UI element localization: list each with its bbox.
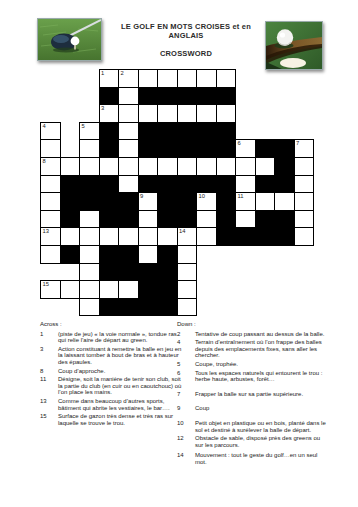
cell-number-6: 6 xyxy=(238,140,241,147)
cell-r10c11 xyxy=(255,245,275,263)
down-clues: Down : 2Tentative de coup passant au des… xyxy=(177,321,329,466)
across-clue-1: 1(piste de jeu) « la voie normale », ton… xyxy=(40,331,182,344)
across-list: 1(piste de jeu) « la voie normale », ton… xyxy=(40,331,182,427)
cell-r2c2 xyxy=(80,105,100,123)
clue-text: Coup d’approche. xyxy=(58,368,182,375)
golf-ball-illustration xyxy=(266,22,322,69)
cell-r6c8 xyxy=(197,175,217,193)
cell-r11c1 xyxy=(60,263,80,281)
cell-r9c10 xyxy=(236,228,256,246)
cell-r12c13 xyxy=(294,281,314,299)
cell-r5c12 xyxy=(275,157,295,175)
cell-r6c7 xyxy=(177,175,197,193)
cell-r8c8[interactable] xyxy=(197,210,217,228)
cell-r4c10[interactable]: 6 xyxy=(236,140,256,158)
cell-r3c8 xyxy=(197,122,217,140)
cell-r1c9 xyxy=(216,87,236,105)
cell-r8c13[interactable] xyxy=(294,210,314,228)
clue-number: 7 xyxy=(177,391,195,398)
cell-r0c9[interactable] xyxy=(216,70,236,88)
cell-r1c10 xyxy=(236,87,256,105)
cell-r6c12 xyxy=(275,175,295,193)
cell-r3c9 xyxy=(216,122,236,140)
cell-r6c11 xyxy=(255,175,275,193)
cell-r13c11 xyxy=(255,298,275,316)
cell-r10c8 xyxy=(197,245,217,263)
cell-r1c8 xyxy=(197,87,217,105)
clue-number: 13 xyxy=(40,398,58,411)
cell-number-3: 3 xyxy=(101,105,104,112)
cell-number-4: 4 xyxy=(43,123,46,130)
cell-r13c8 xyxy=(197,298,217,316)
cell-r9c11 xyxy=(255,228,275,246)
cell-r3c3 xyxy=(99,122,119,140)
down-clue-7: 7Frapper la balle sur sa partie supérieu… xyxy=(177,391,329,398)
crossword-table: 1234567891011131415 xyxy=(40,69,314,316)
cell-r12c6 xyxy=(158,281,178,299)
across-clue-3: 3Action constituant à remettre la balle … xyxy=(40,346,182,366)
cell-r11c5 xyxy=(138,263,158,281)
clue-text: Action constituant à remettre la balle e… xyxy=(58,346,182,366)
title-line-1: LE GOLF EN MOTS CROISES et en xyxy=(100,22,272,31)
cell-number-11: 11 xyxy=(238,193,244,200)
cell-r7c9 xyxy=(216,193,236,211)
cell-r5c13[interactable] xyxy=(294,157,314,175)
cell-r6c4[interactable] xyxy=(119,175,139,193)
clue-number: 3 xyxy=(40,346,58,366)
cell-r9c5[interactable] xyxy=(138,228,158,246)
cell-r8c0[interactable] xyxy=(41,210,61,228)
cell-r7c2 xyxy=(80,193,100,211)
cell-r11c9 xyxy=(216,263,236,281)
cell-r4c5 xyxy=(138,140,158,158)
cell-r0c5[interactable] xyxy=(138,70,158,88)
cell-r12c4[interactable] xyxy=(119,281,139,299)
down-clue-4: 4Terrain d’entraînement où l’on frappe d… xyxy=(177,339,329,359)
cell-r13c2[interactable] xyxy=(80,298,100,316)
across-clue-8: 8Coup d’approche. xyxy=(40,368,182,375)
cell-r10c5[interactable] xyxy=(138,245,158,263)
cell-r7c0[interactable] xyxy=(41,193,61,211)
cell-r10c13 xyxy=(294,245,314,263)
cell-r11c3 xyxy=(99,263,119,281)
cell-r13c0 xyxy=(41,298,61,316)
page-title: LE GOLF EN MOTS CROISES et en ANGLAIS CR… xyxy=(100,22,272,58)
clue-text: Petit objet en plastique ou en bois, pla… xyxy=(195,420,329,433)
cell-r10c1 xyxy=(60,245,80,263)
cell-r0c2 xyxy=(80,70,100,88)
cell-r11c12 xyxy=(275,263,295,281)
across-clue-13: 13Comme dans beaucoup d’autres sports, b… xyxy=(40,398,182,411)
cell-r10c2[interactable] xyxy=(80,245,100,263)
across-clue-15: 15Surface de gazon très dense et très ra… xyxy=(40,413,182,426)
cell-r11c2[interactable] xyxy=(80,263,100,281)
cell-r1c4[interactable] xyxy=(119,87,139,105)
cell-r9c2[interactable] xyxy=(80,228,100,246)
cell-r7c12[interactable] xyxy=(275,193,295,211)
cell-r5c1[interactable] xyxy=(60,157,80,175)
cell-r3c4[interactable] xyxy=(119,122,139,140)
cell-r9c6[interactable] xyxy=(158,228,178,246)
title-line-2: ANGLAIS xyxy=(100,31,272,40)
clue-text: Coupe, trophée. xyxy=(195,361,329,368)
across-clue-11: 11Désigne, soit la manière de tenir son … xyxy=(40,376,182,396)
cell-r2c5[interactable] xyxy=(138,105,158,123)
cell-r6c0[interactable] xyxy=(41,175,61,193)
cell-r6c2 xyxy=(80,175,100,193)
cell-r11c11 xyxy=(255,263,275,281)
cell-r6c10[interactable] xyxy=(236,175,256,193)
cell-r6c5 xyxy=(138,175,158,193)
cell-r5c8[interactable] xyxy=(197,157,217,175)
cell-r4c8 xyxy=(197,140,217,158)
cell-r3c5 xyxy=(138,122,158,140)
crossword-grid: 1234567891011131415 xyxy=(40,69,314,316)
cell-r8c4 xyxy=(119,210,139,228)
cell-r7c10[interactable]: 11 xyxy=(236,193,256,211)
cell-r6c9 xyxy=(216,175,236,193)
cell-r8c1 xyxy=(60,210,80,228)
clue-text: Surface de gazon très dense et très ras … xyxy=(58,413,182,426)
clue-text: (piste de jeu) « la voie normale », tond… xyxy=(58,331,182,344)
cell-r7c11[interactable] xyxy=(255,193,275,211)
cell-r0c7[interactable] xyxy=(177,70,197,88)
clue-number: 10 xyxy=(177,420,195,433)
cell-r5c10[interactable] xyxy=(236,157,256,175)
cell-r4c13[interactable]: 7 xyxy=(294,140,314,158)
cell-r6c3 xyxy=(99,175,119,193)
cell-r2c9[interactable] xyxy=(216,105,236,123)
cell-r12c1[interactable] xyxy=(60,281,80,299)
clue-number: 5 xyxy=(177,361,195,368)
cell-r12c12 xyxy=(275,281,295,299)
cell-r10c6 xyxy=(158,245,178,263)
cell-r2c13 xyxy=(294,105,314,123)
cell-r1c5 xyxy=(138,87,158,105)
golf-club-photo xyxy=(37,18,102,61)
cell-r3c7 xyxy=(177,122,197,140)
cell-number-13: 13 xyxy=(43,228,49,235)
cell-r11c0 xyxy=(41,263,61,281)
cell-r4c2[interactable] xyxy=(80,140,100,158)
cell-number-5: 5 xyxy=(82,123,85,130)
cell-r13c10 xyxy=(236,298,256,316)
cell-r10c10 xyxy=(236,245,256,263)
clue-number: 12 xyxy=(177,435,195,448)
cell-r12c0[interactable]: 15 xyxy=(41,281,61,299)
down-clue-2: 2Tentative de coup passant au dessus de … xyxy=(177,331,329,338)
cell-r8c9 xyxy=(216,210,236,228)
cell-r13c4 xyxy=(119,298,139,316)
cell-r12c11 xyxy=(255,281,275,299)
cell-r4c7 xyxy=(177,140,197,158)
cell-r6c1 xyxy=(60,175,80,193)
cell-r7c7 xyxy=(177,193,197,211)
cell-r7c1 xyxy=(60,193,80,211)
down-clue-5: 5Coupe, trophée. xyxy=(177,361,329,368)
cell-r9c12 xyxy=(275,228,295,246)
cell-r9c0[interactable]: 13 xyxy=(41,228,61,246)
cell-number-2: 2 xyxy=(121,70,124,77)
cell-r13c3 xyxy=(99,298,119,316)
cell-r0c10 xyxy=(236,70,256,88)
cell-r1c13 xyxy=(294,87,314,105)
clue-text: Obstacle de sable, disposé près des gree… xyxy=(195,435,329,448)
cell-r0c1 xyxy=(60,70,80,88)
clue-text: Coup xyxy=(195,405,329,412)
cell-r9c1[interactable] xyxy=(60,228,80,246)
across-header: Across : xyxy=(40,321,182,328)
cell-r7c3 xyxy=(99,193,119,211)
down-clue-14: 14Mouvement : tout le geste du golf…en u… xyxy=(177,452,329,465)
cell-r12c5 xyxy=(138,281,158,299)
clue-text: Tentative de coup passant au dessus de l… xyxy=(195,331,329,338)
cell-number-1: 1 xyxy=(101,70,104,77)
cell-r13c5 xyxy=(138,298,158,316)
clue-number: 11 xyxy=(40,376,58,396)
clue-number: 6 xyxy=(177,370,195,383)
cell-r3c0[interactable]: 4 xyxy=(41,122,61,140)
cell-r13c1 xyxy=(60,298,80,316)
cell-r10c3 xyxy=(99,245,119,263)
cell-r13c6 xyxy=(158,298,178,316)
clue-text: Comme dans beaucoup d’autres sports, bât… xyxy=(58,398,182,411)
cell-r9c13[interactable] xyxy=(294,228,314,246)
cell-r9c3[interactable] xyxy=(99,228,119,246)
clue-number: 15 xyxy=(40,413,58,426)
cell-r12c9 xyxy=(216,281,236,299)
cell-r9c9 xyxy=(216,228,236,246)
cell-r2c3[interactable]: 3 xyxy=(99,105,119,123)
cell-r3c10 xyxy=(236,122,256,140)
cell-r1c2 xyxy=(80,87,100,105)
down-clue-10: 10Petit objet en plastique ou en bois, p… xyxy=(177,420,329,433)
golf-ball-photo xyxy=(265,21,323,70)
subtitle: CROSSWORD xyxy=(100,49,272,58)
cell-r1c7 xyxy=(177,87,197,105)
cell-r0c3[interactable]: 1 xyxy=(99,70,119,88)
clue-text: Frapper la balle sur sa partie supérieur… xyxy=(195,391,329,398)
cell-r3c1 xyxy=(60,122,80,140)
cell-r0c6[interactable] xyxy=(158,70,178,88)
cell-r12c3[interactable] xyxy=(99,281,119,299)
clue-text: Désigne, soit la manière de tenir son cl… xyxy=(58,376,182,396)
cell-r11c10 xyxy=(236,263,256,281)
clue-number: 2 xyxy=(177,331,195,338)
cell-r1c12 xyxy=(275,87,295,105)
cell-r13c13 xyxy=(294,298,314,316)
cell-r5c11[interactable] xyxy=(255,157,275,175)
down-list: 2Tentative de coup passant au dessus de … xyxy=(177,331,329,466)
cell-r9c7[interactable]: 14 xyxy=(177,228,197,246)
cell-r0c13 xyxy=(294,70,314,88)
across-clues: Across : 1(piste de jeu) « la voie norma… xyxy=(40,321,182,426)
clue-text: Terrain d’entraînement où l’on frappe de… xyxy=(195,339,329,359)
clue-number: 8 xyxy=(40,368,58,375)
cell-r2c4[interactable] xyxy=(119,105,139,123)
cell-r5c2[interactable] xyxy=(80,157,100,175)
clue-number: 1 xyxy=(40,331,58,344)
cell-r5c0[interactable]: 8 xyxy=(41,157,61,175)
cell-r13c7[interactable] xyxy=(177,298,197,316)
cell-r10c9 xyxy=(216,245,236,263)
cell-r4c6 xyxy=(158,140,178,158)
cell-r12c10 xyxy=(236,281,256,299)
cell-r5c9[interactable] xyxy=(216,157,236,175)
clue-number: 9 xyxy=(177,405,195,412)
cell-r7c8[interactable]: 10 xyxy=(197,193,217,211)
cell-r3c6 xyxy=(158,122,178,140)
cell-r8c6 xyxy=(158,210,178,228)
cell-r0c12 xyxy=(275,70,295,88)
cell-r10c4 xyxy=(119,245,139,263)
cell-r12c2[interactable] xyxy=(80,281,100,299)
cell-r0c8[interactable] xyxy=(197,70,217,88)
cell-r2c12 xyxy=(275,105,295,123)
cell-r12c8 xyxy=(197,281,217,299)
cell-r6c13[interactable] xyxy=(294,175,314,193)
clue-number: 14 xyxy=(177,452,195,465)
down-header: Down : xyxy=(177,321,329,328)
cell-r6c6 xyxy=(158,175,178,193)
cell-r3c13 xyxy=(294,122,314,140)
cell-r9c4[interactable] xyxy=(119,228,139,246)
cell-r5c6[interactable] xyxy=(158,157,178,175)
cell-r1c11 xyxy=(255,87,275,105)
cell-r2c7[interactable] xyxy=(177,105,197,123)
cell-r0c4[interactable]: 2 xyxy=(119,70,139,88)
cell-r11c4 xyxy=(119,263,139,281)
cell-r7c4 xyxy=(119,193,139,211)
cell-r10c0[interactable] xyxy=(41,245,61,263)
cell-number-9: 9 xyxy=(140,193,143,200)
cell-r2c0 xyxy=(41,105,61,123)
cell-r11c8 xyxy=(197,263,217,281)
cell-r4c4[interactable] xyxy=(119,140,139,158)
cell-r1c1 xyxy=(60,87,80,105)
cell-r8c10[interactable] xyxy=(236,210,256,228)
cell-r2c8[interactable] xyxy=(197,105,217,123)
cell-r2c6[interactable] xyxy=(158,105,178,123)
cell-number-7: 7 xyxy=(296,140,299,147)
clue-number: 4 xyxy=(177,339,195,359)
cell-r13c12 xyxy=(275,298,295,316)
cell-r7c5[interactable]: 9 xyxy=(138,193,158,211)
cell-r3c11 xyxy=(255,122,275,140)
cell-r1c0 xyxy=(41,87,61,105)
cell-r4c9 xyxy=(216,140,236,158)
cell-r0c11 xyxy=(255,70,275,88)
cell-r9c8[interactable] xyxy=(197,228,217,246)
cell-r0c0 xyxy=(41,70,61,88)
cell-r11c6 xyxy=(158,263,178,281)
cell-r2c10 xyxy=(236,105,256,123)
cell-r8c12 xyxy=(275,210,295,228)
cell-r11c13 xyxy=(294,263,314,281)
cell-r7c6 xyxy=(158,193,178,211)
cell-r2c11 xyxy=(255,105,275,123)
cell-r11c7[interactable] xyxy=(177,263,197,281)
cell-r8c3 xyxy=(99,210,119,228)
cell-r5c5[interactable] xyxy=(138,157,158,175)
cell-number-14: 14 xyxy=(179,228,185,235)
cell-r8c2[interactable] xyxy=(80,210,100,228)
cell-r10c12 xyxy=(275,245,295,263)
clue-text: Mouvement : tout le geste du golf…en un … xyxy=(195,452,329,465)
cell-number-15: 15 xyxy=(43,281,49,288)
down-clue-12: 12Obstacle de sable, disposé près des gr… xyxy=(177,435,329,448)
cell-number-10: 10 xyxy=(199,193,205,200)
clue-text: Tous les espaces naturels qui entourent … xyxy=(195,370,329,383)
cell-r8c5[interactable] xyxy=(138,210,158,228)
down-clue-9: 9Coup xyxy=(177,405,329,412)
cell-r10c7[interactable] xyxy=(177,245,197,263)
cell-r8c11 xyxy=(255,210,275,228)
cell-r2c1 xyxy=(60,105,80,123)
cell-r1c6 xyxy=(158,87,178,105)
cell-r4c12 xyxy=(275,140,295,158)
cell-r5c7[interactable] xyxy=(177,157,197,175)
cell-r3c12 xyxy=(275,122,295,140)
cell-r4c11 xyxy=(255,140,275,158)
cell-r5c3[interactable] xyxy=(99,157,119,175)
cell-r13c9 xyxy=(216,298,236,316)
cell-r5c4[interactable] xyxy=(119,157,139,175)
cell-r3c2[interactable]: 5 xyxy=(80,122,100,140)
cell-r1c3 xyxy=(99,87,119,105)
cell-r8c7 xyxy=(177,210,197,228)
cell-r12c7[interactable] xyxy=(177,281,197,299)
down-clue-6: 6Tous les espaces naturels qui entourent… xyxy=(177,370,329,383)
cell-r4c1 xyxy=(60,140,80,158)
cell-r4c3 xyxy=(99,140,119,158)
cell-r7c13[interactable] xyxy=(294,193,314,211)
golf-club-illustration xyxy=(38,19,101,60)
cell-number-8: 8 xyxy=(43,158,46,165)
cell-r4c0[interactable] xyxy=(41,140,61,158)
